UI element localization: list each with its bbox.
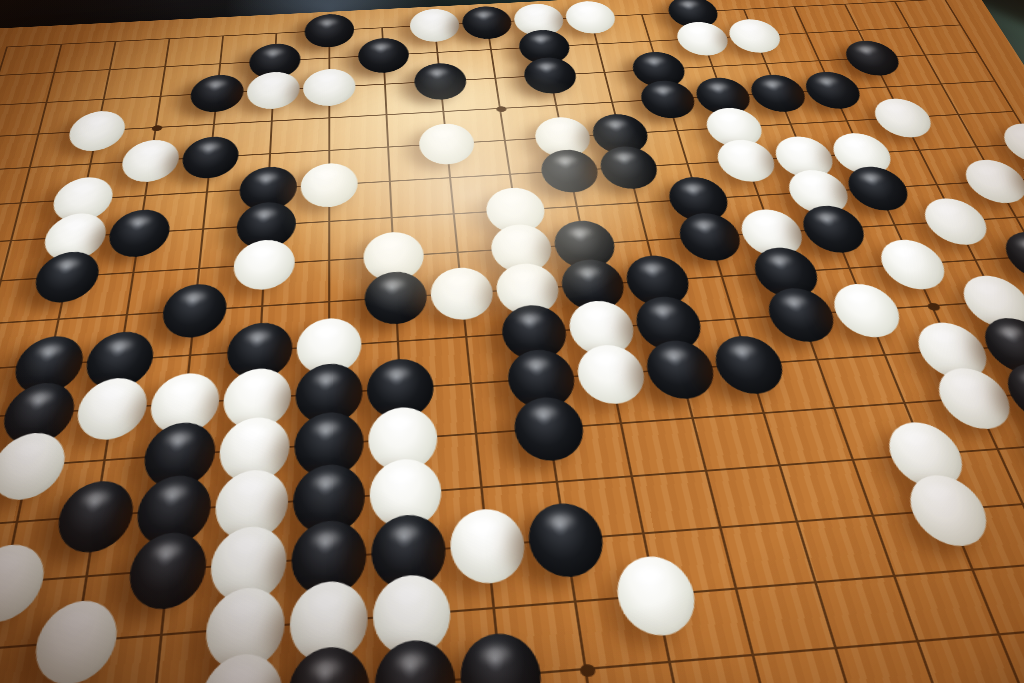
go-board	[0, 0, 1024, 683]
go-photo-scene	[0, 0, 1024, 683]
